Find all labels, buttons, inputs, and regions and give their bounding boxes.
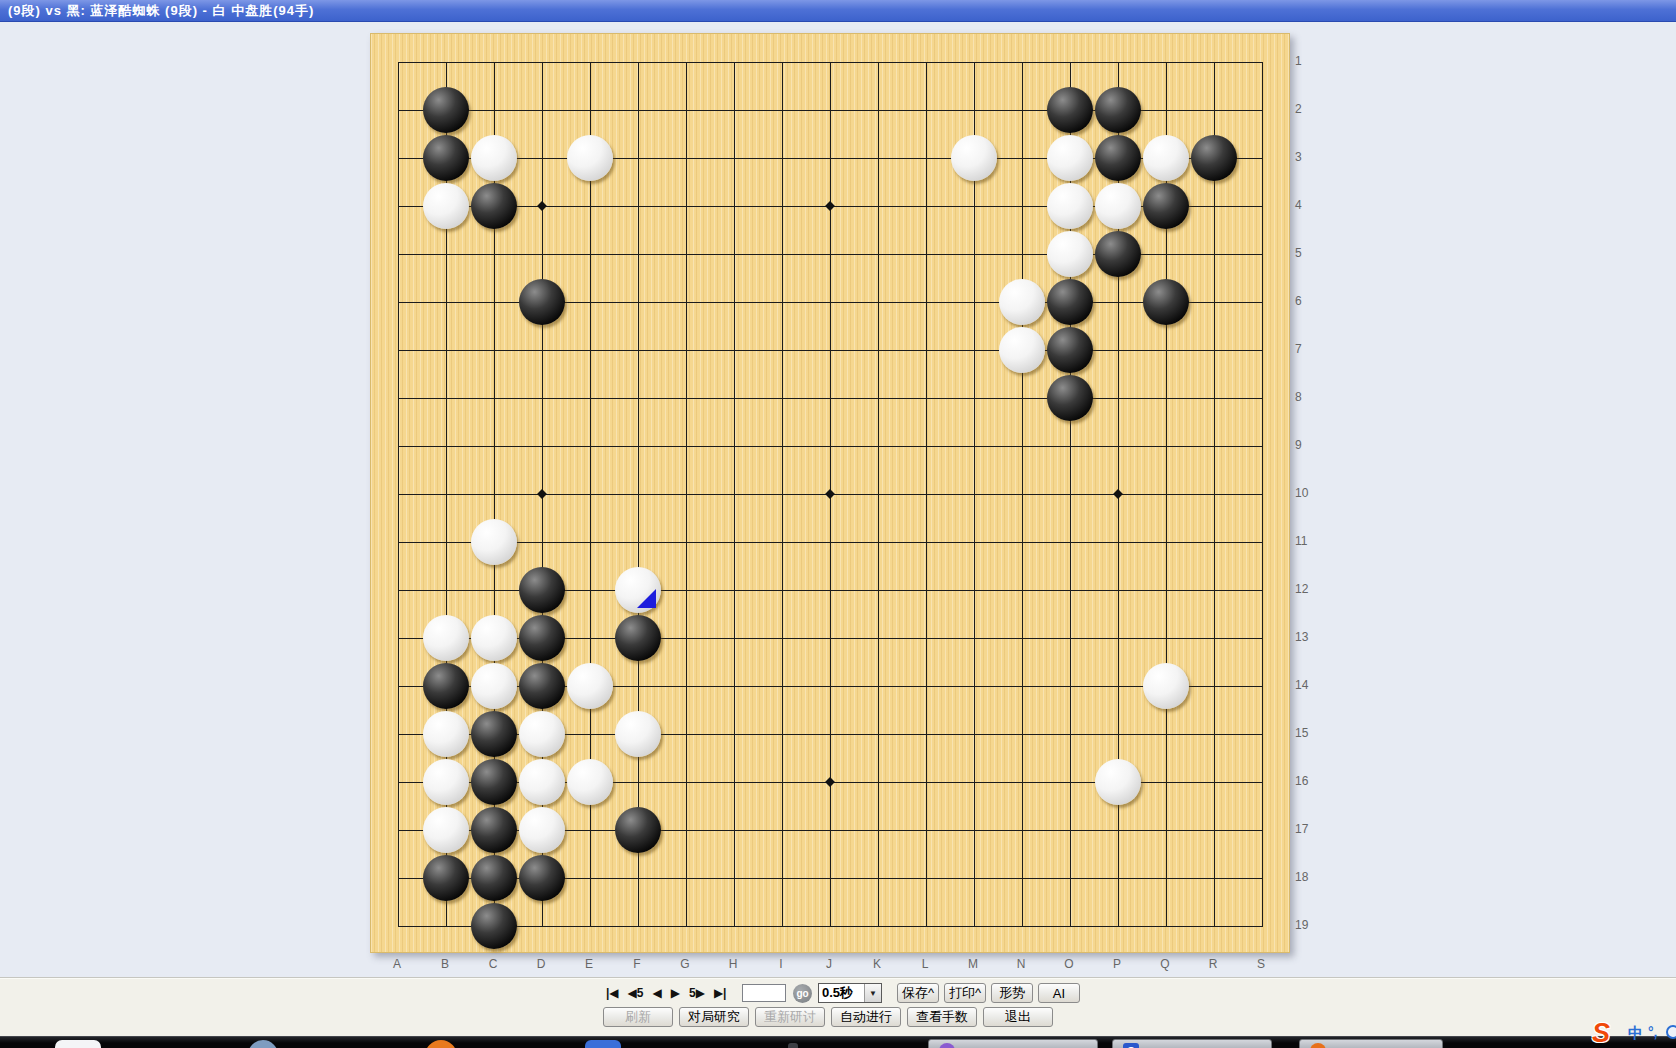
grid-line-vertical <box>1262 62 1263 927</box>
start-icon[interactable] <box>55 1040 101 1048</box>
stone-white-D16[interactable] <box>519 759 565 805</box>
stone-black-C15[interactable] <box>471 711 517 757</box>
stone-white-M3[interactable] <box>951 135 997 181</box>
ime-toolbar[interactable]: S 中 °, <box>1592 1018 1676 1048</box>
coord-letter-R: R <box>1209 957 1218 971</box>
coord-number-2: 2 <box>1295 102 1302 116</box>
stone-white-E3[interactable] <box>567 135 613 181</box>
speed-select[interactable]: 0.5秒 ▼ <box>818 983 882 1003</box>
star-point-P10 <box>1113 489 1123 499</box>
re-review-button: 重新研讨 <box>755 1007 825 1027</box>
window-titlebar: (9段) vs 黑: 蓝泽酷蜘蛛 (9段) - 白 中盘胜(94手) <box>0 0 1676 22</box>
coord-number-18: 18 <box>1295 870 1308 884</box>
stone-black-D6[interactable] <box>519 279 565 325</box>
stone-black-R3[interactable] <box>1191 135 1237 181</box>
stone-white-N7[interactable] <box>999 327 1045 373</box>
grid-line-vertical <box>974 62 975 927</box>
coord-number-13: 13 <box>1295 630 1308 644</box>
stone-black-P5[interactable] <box>1095 231 1141 277</box>
ime-language-icon[interactable]: 中 <box>1628 1024 1643 1043</box>
stone-black-F13[interactable] <box>615 615 661 661</box>
coord-letter-K: K <box>873 957 881 971</box>
taskbar[interactable]: O <box>0 1036 1676 1048</box>
stone-white-F15[interactable] <box>615 711 661 757</box>
stone-black-B2[interactable] <box>423 87 469 133</box>
stone-black-C18[interactable] <box>471 855 517 901</box>
stone-white-B15[interactable] <box>423 711 469 757</box>
stone-white-N6[interactable] <box>999 279 1045 325</box>
stone-black-C16[interactable] <box>471 759 517 805</box>
coord-number-12: 12 <box>1295 582 1308 596</box>
star-point-J4 <box>825 201 835 211</box>
stone-white-E14[interactable] <box>567 663 613 709</box>
auto-play-button[interactable]: 自动进行 <box>831 1007 901 1027</box>
orange-app-icon <box>1310 1043 1326 1048</box>
coord-letter-H: H <box>729 957 738 971</box>
nav-last-button[interactable]: ▶| <box>714 984 727 1002</box>
stone-white-F12[interactable] <box>615 567 661 613</box>
coord-letter-P: P <box>1113 957 1121 971</box>
ai-button[interactable]: AI <box>1038 983 1080 1003</box>
star-point-D4 <box>537 201 547 211</box>
coord-letter-I: I <box>779 957 782 971</box>
coord-letter-M: M <box>968 957 978 971</box>
app-icon-dark[interactable] <box>788 1043 798 1048</box>
speed-select-value: 0.5秒 <box>819 984 864 1002</box>
chevron-down-icon[interactable]: ▼ <box>864 984 881 1002</box>
action-buttons-row1: 保存^ 打印^ 形势 AI <box>897 983 1080 1003</box>
stone-white-Q3[interactable] <box>1143 135 1189 181</box>
window-tile-purple[interactable] <box>928 1039 1098 1048</box>
grid-line-vertical <box>1214 62 1215 927</box>
coord-number-11: 11 <box>1295 534 1307 548</box>
stone-black-P3[interactable] <box>1095 135 1141 181</box>
print-button[interactable]: 打印^ <box>944 983 986 1003</box>
stone-black-B14[interactable] <box>423 663 469 709</box>
move-navigation: |◀ ◀5 ◀ ▶ 5▶ ▶| <box>606 984 726 1002</box>
coord-letter-J: J <box>826 957 832 971</box>
grid-line-horizontal <box>398 926 1263 927</box>
app-icon-orange-circle[interactable] <box>425 1040 457 1048</box>
star-point-J16 <box>825 777 835 787</box>
stone-white-O3[interactable] <box>1047 135 1093 181</box>
purple-app-icon <box>939 1043 955 1048</box>
view-move-count-button[interactable]: 查看手数 <box>907 1007 977 1027</box>
stone-white-C3[interactable] <box>471 135 517 181</box>
stone-black-B3[interactable] <box>423 135 469 181</box>
nav-forward-button[interactable]: ▶ <box>671 984 680 1002</box>
stone-black-D12[interactable] <box>519 567 565 613</box>
stone-white-O4[interactable] <box>1047 183 1093 229</box>
influence-button[interactable]: 形势 <box>991 983 1033 1003</box>
coord-letter-Q: Q <box>1160 957 1169 971</box>
stone-white-E16[interactable] <box>567 759 613 805</box>
stone-white-Q14[interactable] <box>1143 663 1189 709</box>
app-icon-blue-circle[interactable] <box>248 1040 278 1048</box>
stone-white-O5[interactable] <box>1047 231 1093 277</box>
coord-letter-C: C <box>489 957 498 971</box>
stone-white-C11[interactable] <box>471 519 517 565</box>
window-title: (9段) vs 黑: 蓝泽酷蜘蛛 (9段) - 白 中盘胜(94手) <box>8 2 314 20</box>
ime-mode-icon[interactable] <box>1666 1025 1676 1039</box>
coord-letter-E: E <box>585 957 593 971</box>
save-button[interactable]: 保存^ <box>897 983 939 1003</box>
nav-first-button[interactable]: |◀ <box>606 984 619 1002</box>
coord-number-15: 15 <box>1295 726 1308 740</box>
grid-line-vertical <box>1022 62 1023 927</box>
coord-number-3: 3 <box>1295 150 1302 164</box>
stone-white-C14[interactable] <box>471 663 517 709</box>
game-research-button[interactable]: 对局研究 <box>679 1007 749 1027</box>
stone-white-C13[interactable] <box>471 615 517 661</box>
coord-number-10: 10 <box>1295 486 1308 500</box>
stone-black-D18[interactable] <box>519 855 565 901</box>
coord-number-17: 17 <box>1295 822 1308 836</box>
stone-white-B4[interactable] <box>423 183 469 229</box>
stone-black-P2[interactable] <box>1095 87 1141 133</box>
stone-black-Q4[interactable] <box>1143 183 1189 229</box>
coord-number-16: 16 <box>1295 774 1308 788</box>
stone-black-O6[interactable] <box>1047 279 1093 325</box>
stone-white-D15[interactable] <box>519 711 565 757</box>
stone-black-O8[interactable] <box>1047 375 1093 421</box>
grid-line-horizontal <box>398 542 1263 543</box>
ime-punctuation-icon[interactable]: °, <box>1648 1024 1658 1040</box>
sogou-logo-icon[interactable]: S <box>1592 1018 1610 1048</box>
window-tile-orange[interactable] <box>1299 1039 1443 1048</box>
coord-number-8: 8 <box>1295 390 1302 404</box>
stone-black-D14[interactable] <box>519 663 565 709</box>
exit-button[interactable]: 退出 <box>983 1007 1053 1027</box>
coord-letter-S: S <box>1257 957 1265 971</box>
coord-number-19: 19 <box>1295 918 1308 932</box>
stone-black-O2[interactable] <box>1047 87 1093 133</box>
stone-black-C17[interactable] <box>471 807 517 853</box>
stone-white-D17[interactable] <box>519 807 565 853</box>
coord-letter-L: L <box>922 957 929 971</box>
go-button[interactable]: go <box>793 984 812 1003</box>
coord-number-4: 4 <box>1295 198 1302 212</box>
stone-black-C19[interactable] <box>471 903 517 949</box>
coord-number-7: 7 <box>1295 342 1302 356</box>
coord-number-9: 9 <box>1295 438 1302 452</box>
blue-o-app-icon: O <box>1123 1043 1139 1048</box>
star-point-J10 <box>825 489 835 499</box>
stone-white-B13[interactable] <box>423 615 469 661</box>
coord-letter-G: G <box>680 957 689 971</box>
stone-white-P16[interactable] <box>1095 759 1141 805</box>
window-tile-blue-o[interactable]: O <box>1112 1039 1272 1048</box>
last-move-marker-icon <box>637 589 656 608</box>
action-buttons-row2: 刷新 对局研究 重新研讨 自动进行 查看手数 退出 <box>603 1007 1053 1027</box>
stone-white-P4[interactable] <box>1095 183 1141 229</box>
stone-black-F17[interactable] <box>615 807 661 853</box>
coord-letter-O: O <box>1064 957 1073 971</box>
coord-letter-A: A <box>393 957 401 971</box>
refresh-button: 刷新 <box>603 1007 673 1027</box>
coord-letter-F: F <box>633 957 640 971</box>
stone-black-O7[interactable] <box>1047 327 1093 373</box>
coord-number-6: 6 <box>1295 294 1302 308</box>
coord-letter-B: B <box>441 957 449 971</box>
nav-back-button[interactable]: ◀ <box>653 984 662 1002</box>
stone-black-D13[interactable] <box>519 615 565 661</box>
stone-white-B16[interactable] <box>423 759 469 805</box>
stone-white-B17[interactable] <box>423 807 469 853</box>
stone-black-Q6[interactable] <box>1143 279 1189 325</box>
grid-line-vertical <box>878 62 879 927</box>
coord-number-1: 1 <box>1295 54 1302 68</box>
move-number-input[interactable] <box>742 984 786 1002</box>
coord-number-14: 14 <box>1295 678 1308 692</box>
stone-black-C4[interactable] <box>471 183 517 229</box>
go-board[interactable] <box>370 33 1290 953</box>
coord-letter-N: N <box>1017 957 1026 971</box>
nav-forward5-button[interactable]: 5▶ <box>689 984 705 1002</box>
coord-letter-D: D <box>537 957 546 971</box>
grid-line-vertical <box>926 62 927 927</box>
coord-number-5: 5 <box>1295 246 1302 260</box>
star-point-D10 <box>537 489 547 499</box>
stone-black-B18[interactable] <box>423 855 469 901</box>
app-icon-blue-square[interactable] <box>585 1040 621 1048</box>
nav-back5-button[interactable]: ◀5 <box>628 984 644 1002</box>
